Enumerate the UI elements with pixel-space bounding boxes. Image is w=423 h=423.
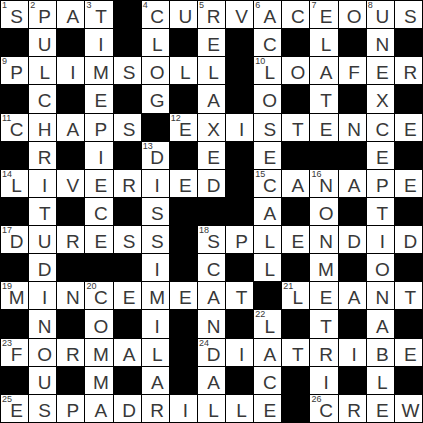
grid-cell[interactable]: R	[310, 339, 337, 366]
cell-letter: O	[347, 7, 362, 26]
cell-letter: L	[39, 63, 50, 82]
grid-cell[interactable]: C	[198, 254, 225, 281]
cell-letter: C	[94, 204, 108, 223]
cell-letter: A	[263, 7, 276, 26]
clue-number: 6	[255, 1, 260, 10]
grid-cell[interactable]: T	[226, 282, 253, 309]
grid-cell[interactable]: T	[395, 282, 422, 309]
black-cell	[114, 29, 141, 56]
grid-cell[interactable]: C	[282, 1, 309, 28]
grid-cell[interactable]: 23F	[1, 339, 28, 366]
cell-letter: L	[264, 260, 275, 279]
black-cell	[1, 142, 28, 169]
cell-letter: D	[10, 232, 24, 251]
cell-letter: T	[320, 91, 332, 110]
grid-cell[interactable]: L	[198, 57, 225, 84]
cell-letter: E	[95, 176, 108, 195]
grid-cell[interactable]: C	[85, 198, 112, 225]
cell-letter: U	[38, 373, 52, 392]
cell-letter: E	[292, 232, 305, 251]
grid-cell[interactable]: 18S	[198, 226, 225, 253]
grid-cell[interactable]: L	[198, 395, 225, 422]
grid-cell[interactable]: 6A	[254, 1, 281, 28]
grid-cell[interactable]: 25E	[1, 395, 28, 422]
cell-letter: C	[291, 7, 305, 26]
grid-cell[interactable]: 7E	[310, 1, 337, 28]
grid-cell[interactable]: 9P	[1, 57, 28, 84]
grid-cell[interactable]: C	[367, 114, 394, 141]
cell-letter: R	[66, 232, 80, 251]
grid-cell[interactable]: E	[310, 114, 337, 141]
grid-cell[interactable]: L	[142, 29, 169, 56]
black-cell	[170, 29, 197, 56]
black-cell	[114, 198, 141, 225]
grid-cell[interactable]: I	[29, 170, 56, 197]
cell-letter: I	[323, 373, 328, 392]
cell-letter: G	[150, 91, 165, 110]
grid-cell[interactable]: E	[282, 226, 309, 253]
grid-cell[interactable]: C	[254, 29, 281, 56]
cell-letter: T	[95, 7, 107, 26]
cell-letter: N	[207, 317, 221, 336]
clue-number: 8	[368, 1, 373, 10]
grid-cell[interactable]: I	[142, 254, 169, 281]
black-cell	[339, 198, 366, 225]
grid-cell[interactable]: A	[198, 282, 225, 309]
grid-cell[interactable]: E	[85, 85, 112, 112]
cell-letter: I	[183, 401, 188, 420]
grid-cell[interactable]: 15C	[254, 170, 281, 197]
cell-letter: O	[319, 204, 334, 223]
clue-number: 1	[2, 1, 7, 10]
grid-cell[interactable]: A	[142, 367, 169, 394]
cell-letter: N	[38, 317, 52, 336]
black-cell	[57, 142, 84, 169]
grid-cell[interactable]: E	[198, 142, 225, 169]
cell-letter: S	[123, 120, 136, 139]
grid-cell[interactable]: D	[339, 226, 366, 253]
grid-cell[interactable]: I	[85, 29, 112, 56]
grid-cell[interactable]: E	[254, 142, 281, 169]
grid-cell[interactable]: O	[282, 57, 309, 84]
grid-cell[interactable]: X	[198, 114, 225, 141]
black-cell	[395, 29, 422, 56]
cell-letter: I	[70, 63, 75, 82]
cell-letter: S	[207, 232, 220, 251]
grid-cell[interactable]: 10L	[254, 57, 281, 84]
black-cell	[395, 254, 422, 281]
black-cell	[282, 142, 309, 169]
cell-letter: D	[404, 232, 418, 251]
grid-cell[interactable]: I	[226, 114, 253, 141]
grid-cell[interactable]: N	[198, 310, 225, 337]
grid-cell[interactable]: 26C	[310, 395, 337, 422]
grid-cell[interactable]: 14L	[1, 170, 28, 197]
black-cell	[282, 85, 309, 112]
grid-cell[interactable]: A	[57, 1, 84, 28]
black-cell	[85, 254, 112, 281]
grid-cell[interactable]: A	[339, 170, 366, 197]
grid-cell[interactable]: 13D	[142, 142, 169, 169]
grid-cell[interactable]: V	[226, 1, 253, 28]
black-cell	[170, 226, 197, 253]
cell-letter: S	[123, 63, 136, 82]
cell-letter: A	[263, 204, 276, 223]
cell-letter: L	[152, 35, 163, 54]
cell-letter: E	[10, 401, 23, 420]
cell-letter: A	[151, 373, 164, 392]
cell-letter: C	[10, 120, 24, 139]
cell-letter: D	[207, 176, 221, 195]
black-cell	[254, 282, 281, 309]
black-cell	[170, 198, 197, 225]
cell-letter: M	[9, 288, 25, 307]
clue-number: 2	[30, 1, 35, 10]
grid-cell[interactable]: F	[339, 57, 366, 84]
cell-letter: I	[155, 260, 160, 279]
cell-letter: E	[404, 176, 417, 195]
grid-cell[interactable]: 11C	[1, 114, 28, 141]
grid-cell[interactable]: D	[114, 395, 141, 422]
cell-letter: D	[38, 260, 52, 279]
cell-letter: E	[95, 91, 108, 110]
grid-cell[interactable]: I	[142, 310, 169, 337]
grid-cell[interactable]: E	[367, 142, 394, 169]
black-cell	[339, 142, 366, 169]
grid-cell[interactable]: T	[310, 85, 337, 112]
grid-cell[interactable]: E	[85, 226, 112, 253]
cell-letter: L	[293, 288, 304, 307]
cell-letter: O	[37, 345, 52, 364]
grid-cell[interactable]: I	[367, 226, 394, 253]
cell-letter: N	[66, 288, 80, 307]
grid-cell[interactable]: 17D	[1, 226, 28, 253]
grid-cell[interactable]: T	[367, 198, 394, 225]
grid-cell[interactable]: C	[254, 367, 281, 394]
black-cell	[114, 85, 141, 112]
grid-cell[interactable]: S	[114, 226, 141, 253]
grid-cell[interactable]: S	[114, 57, 141, 84]
grid-cell[interactable]: R	[395, 57, 422, 84]
cell-letter: A	[292, 176, 305, 195]
black-cell	[1, 310, 28, 337]
grid-cell[interactable]: H	[29, 114, 56, 141]
grid-cell[interactable]: E	[395, 114, 422, 141]
grid-cell[interactable]: O	[310, 198, 337, 225]
grid-cell[interactable]: S	[254, 114, 281, 141]
cell-letter: P	[235, 232, 248, 251]
cell-letter: P	[95, 120, 108, 139]
grid-cell[interactable]: E	[310, 282, 337, 309]
grid-cell[interactable]: 8U	[367, 1, 394, 28]
grid-cell[interactable]: P	[367, 170, 394, 197]
black-cell	[226, 170, 253, 197]
grid-cell[interactable]: A	[198, 85, 225, 112]
cell-letter: S	[263, 120, 276, 139]
cell-letter: O	[150, 63, 165, 82]
grid-cell[interactable]: L	[254, 226, 281, 253]
cell-letter: F	[11, 345, 23, 364]
grid-cell[interactable]: T	[29, 198, 56, 225]
cell-letter: V	[235, 7, 248, 26]
black-cell	[282, 395, 309, 422]
cell-letter: T	[39, 204, 51, 223]
grid-cell[interactable]: I	[170, 395, 197, 422]
cell-letter: C	[263, 35, 277, 54]
grid-cell[interactable]: R	[57, 226, 84, 253]
grid-cell[interactable]: U	[29, 367, 56, 394]
grid-cell[interactable]: L	[29, 57, 56, 84]
grid-cell[interactable]: 20C	[85, 282, 112, 309]
cell-letter: L	[321, 35, 332, 54]
black-cell	[226, 85, 253, 112]
black-cell	[114, 254, 141, 281]
cell-letter: N	[375, 35, 389, 54]
grid-cell[interactable]: S	[142, 226, 169, 253]
black-cell	[310, 142, 337, 169]
grid-cell[interactable]: M	[85, 339, 112, 366]
cell-letter: R	[66, 345, 80, 364]
black-cell	[282, 367, 309, 394]
grid-cell[interactable]: I	[226, 339, 253, 366]
cell-letter: I	[239, 120, 244, 139]
cell-letter: R	[319, 345, 333, 364]
cell-letter: L	[264, 63, 275, 82]
clue-number: 7	[311, 1, 316, 10]
grid-cell[interactable]: E	[170, 170, 197, 197]
cell-letter: W	[401, 401, 419, 420]
grid-cell[interactable]: L	[367, 367, 394, 394]
grid-cell[interactable]: A	[254, 339, 281, 366]
black-cell	[282, 198, 309, 225]
grid-cell[interactable]: I	[57, 57, 84, 84]
black-cell	[170, 142, 197, 169]
grid-cell[interactable]: L	[142, 339, 169, 366]
grid-cell[interactable]: T	[282, 339, 309, 366]
cell-letter: F	[348, 63, 360, 82]
grid-cell[interactable]: A	[310, 57, 337, 84]
grid-cell[interactable]: U	[29, 226, 56, 253]
grid-cell[interactable]: I	[29, 282, 56, 309]
grid-cell[interactable]: E	[85, 170, 112, 197]
grid-cell[interactable]: T	[310, 310, 337, 337]
clue-number: 5	[199, 1, 204, 10]
grid-cell[interactable]: T	[282, 114, 309, 141]
cell-letter: C	[319, 401, 333, 420]
grid-cell[interactable]: A	[254, 198, 281, 225]
cell-letter: N	[375, 288, 389, 307]
grid-cell[interactable]: S	[142, 198, 169, 225]
black-cell	[339, 367, 366, 394]
grid-cell[interactable]: E	[170, 282, 197, 309]
grid-cell[interactable]: U	[170, 1, 197, 28]
grid-cell[interactable]: P	[85, 114, 112, 141]
grid-cell[interactable]: I	[142, 170, 169, 197]
cell-letter: L	[377, 373, 388, 392]
grid-cell[interactable]: 24D	[198, 339, 225, 366]
cell-letter: P	[66, 401, 79, 420]
grid-cell[interactable]: 12E	[170, 114, 197, 141]
cell-letter: C	[263, 176, 277, 195]
grid-cell[interactable]: A	[367, 310, 394, 337]
grid-cell[interactable]: 16N	[310, 170, 337, 197]
grid-cell[interactable]: 3T	[85, 1, 112, 28]
cell-letter: X	[376, 91, 389, 110]
grid-cell[interactable]: L	[310, 29, 337, 56]
cell-letter: T	[376, 204, 388, 223]
cell-letter: T	[292, 345, 304, 364]
cell-letter: L	[208, 63, 219, 82]
grid-cell[interactable]: M	[85, 367, 112, 394]
cell-letter: E	[95, 232, 108, 251]
grid-cell[interactable]: 5R	[198, 1, 225, 28]
grid-cell[interactable]: O	[367, 254, 394, 281]
black-cell	[57, 29, 84, 56]
grid-cell[interactable]: I	[310, 367, 337, 394]
black-cell	[226, 254, 253, 281]
black-cell	[226, 310, 253, 337]
grid-cell[interactable]: A	[282, 170, 309, 197]
cell-letter: E	[207, 148, 220, 167]
grid-cell[interactable]: N	[310, 226, 337, 253]
grid-cell[interactable]: E	[367, 395, 394, 422]
grid-cell[interactable]: N	[339, 114, 366, 141]
grid-cell[interactable]: 4C	[142, 1, 169, 28]
grid-cell[interactable]: G	[142, 85, 169, 112]
grid-cell[interactable]: M	[85, 57, 112, 84]
grid-cell[interactable]: M	[142, 282, 169, 309]
grid-cell[interactable]: E	[367, 57, 394, 84]
grid-cell[interactable]: E	[395, 339, 422, 366]
grid-cell[interactable]: L	[170, 57, 197, 84]
grid-cell[interactable]: D	[29, 254, 56, 281]
grid-cell[interactable]: N	[367, 282, 394, 309]
grid-cell[interactable]: O	[142, 57, 169, 84]
grid-cell[interactable]: L	[226, 395, 253, 422]
black-cell	[395, 198, 422, 225]
black-cell	[1, 367, 28, 394]
cell-letter: E	[320, 7, 333, 26]
grid-cell[interactable]: N	[29, 310, 56, 337]
grid-cell[interactable]: E	[254, 395, 281, 422]
cell-letter: P	[10, 63, 23, 82]
grid-cell[interactable]: U	[29, 29, 56, 56]
grid-cell[interactable]: O	[339, 1, 366, 28]
clue-number: 3	[86, 1, 91, 10]
cell-letter: R	[38, 148, 52, 167]
grid-cell[interactable]: S	[29, 395, 56, 422]
black-cell	[142, 114, 169, 141]
grid-cell[interactable]: A	[339, 282, 366, 309]
grid-cell[interactable]: O	[254, 85, 281, 112]
cell-letter: I	[155, 317, 160, 336]
grid-cell[interactable]: R	[339, 395, 366, 422]
grid-cell[interactable]: M	[310, 254, 337, 281]
black-cell	[57, 85, 84, 112]
cell-letter: U	[38, 232, 52, 251]
grid-cell[interactable]: D	[395, 226, 422, 253]
grid-cell[interactable]: N	[367, 29, 394, 56]
black-cell	[114, 142, 141, 169]
black-cell	[1, 198, 28, 225]
cell-letter: L	[236, 401, 247, 420]
grid-cell[interactable]: S	[395, 1, 422, 28]
cell-letter: M	[93, 373, 109, 392]
grid-cell[interactable]: 1S	[1, 1, 28, 28]
cell-letter: A	[348, 176, 361, 195]
grid-cell[interactable]: R	[114, 170, 141, 197]
cell-letter: A	[348, 288, 361, 307]
grid-cell[interactable]: W	[395, 395, 422, 422]
cell-letter: N	[347, 120, 361, 139]
cell-letter: C	[207, 260, 221, 279]
cell-letter: D	[347, 232, 361, 251]
cell-letter: M	[149, 288, 165, 307]
grid-cell[interactable]: 22L	[254, 310, 281, 337]
grid-cell[interactable]: A	[198, 367, 225, 394]
grid-cell[interactable]: R	[29, 142, 56, 169]
cell-letter: L	[11, 176, 22, 195]
black-cell	[1, 254, 28, 281]
black-cell	[57, 198, 84, 225]
black-cell	[198, 198, 225, 225]
cell-letter: I	[42, 176, 47, 195]
cell-letter: L	[264, 317, 275, 336]
grid-cell[interactable]: E	[114, 282, 141, 309]
grid-cell[interactable]: L	[254, 254, 281, 281]
grid-cell[interactable]: 2P	[29, 1, 56, 28]
grid-cell[interactable]: I	[85, 142, 112, 169]
grid-cell[interactable]: V	[57, 170, 84, 197]
grid-cell[interactable]: X	[367, 85, 394, 112]
grid-cell[interactable]: I	[339, 339, 366, 366]
cell-letter: U	[38, 35, 52, 54]
black-cell	[57, 254, 84, 281]
cell-letter: A	[123, 345, 136, 364]
cell-letter: A	[263, 345, 276, 364]
crossword-grid: 1S2PA3T4CU5RV6AC7EO8USUILECLN9PLIMSOLL10…	[0, 0, 423, 423]
cell-letter: I	[42, 288, 47, 307]
grid-cell[interactable]: R	[142, 395, 169, 422]
grid-cell[interactable]: P	[226, 226, 253, 253]
grid-cell[interactable]: E	[198, 29, 225, 56]
grid-cell[interactable]: O	[29, 339, 56, 366]
grid-cell[interactable]: N	[57, 282, 84, 309]
grid-cell[interactable]: O	[85, 310, 112, 337]
black-cell	[226, 57, 253, 84]
cell-letter: E	[376, 148, 389, 167]
grid-cell[interactable]: 21L	[282, 282, 309, 309]
cell-letter: E	[404, 345, 417, 364]
grid-cell[interactable]: R	[57, 339, 84, 366]
black-cell	[1, 29, 28, 56]
grid-cell[interactable]: A	[57, 114, 84, 141]
cell-letter: E	[320, 120, 333, 139]
grid-cell[interactable]: S	[114, 114, 141, 141]
black-cell	[57, 310, 84, 337]
grid-cell[interactable]: D	[198, 170, 225, 197]
cell-letter: U	[178, 7, 192, 26]
cell-letter: E	[376, 63, 389, 82]
grid-cell[interactable]: 19M	[1, 282, 28, 309]
grid-cell[interactable]: P	[57, 395, 84, 422]
grid-cell[interactable]: C	[29, 85, 56, 112]
grid-cell[interactable]: B	[367, 339, 394, 366]
black-cell	[170, 339, 197, 366]
grid-cell[interactable]: A	[114, 339, 141, 366]
grid-cell[interactable]: E	[395, 170, 422, 197]
grid-cell[interactable]: A	[85, 395, 112, 422]
